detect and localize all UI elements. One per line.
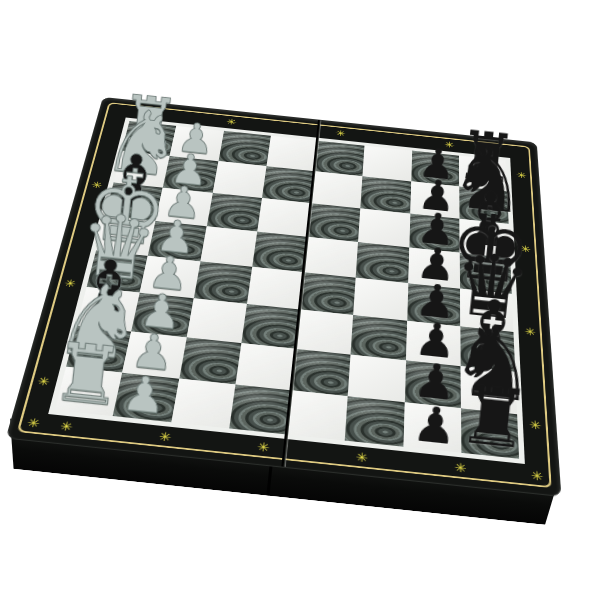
star-icon: ✳ [516,171,526,180]
piece-bP: ♟ [410,400,459,451]
square-r8c3 [171,379,235,429]
star-icon: ✳ [158,430,172,443]
square-r3c6 [358,208,410,247]
square-r2c5 [311,171,363,208]
square-r1c6 [363,146,412,182]
square-r2c4 [262,166,315,203]
square-r3c3 [206,193,261,232]
star-icon: ✳ [445,140,455,149]
square-r4c4 [252,232,308,273]
star-icon: ✳ [26,416,41,429]
square-r2c6 [361,176,411,213]
square-r3c5 [308,203,361,242]
star-icon: ✳ [59,420,74,433]
square-r2c3 [212,161,266,198]
scene-rotation-wrap: ♜♟♟♜♞♟♟♞♝♟♟♝♚♟♟♚♛♟♟♛♝♟♟♝♞♟♟♞♜♟♟♜ ✳✳✳✳✳✳✳… [0,0,600,600]
square-r1c3 [218,131,271,166]
square-r1c4 [266,136,317,171]
square-r3c4 [257,198,311,237]
square-r5c3 [193,261,252,304]
square-r1c5 [314,141,364,177]
square-r8c8: ♜ [461,408,519,459]
square-r7c3 [179,337,241,384]
square-r8c6 [345,396,404,446]
square-r6c4 [241,304,300,349]
perspective-scene: ♜♟♟♜♞♟♟♞♝♟♟♝♚♟♟♚♛♟♟♛♝♟♟♝♞♟♟♞♜♟♟♜ ✳✳✳✳✳✳✳… [0,0,600,600]
square-r7c5 [292,349,351,396]
square-r8c4 [229,385,292,435]
square-r4c6 [356,242,409,283]
square-r7c4 [235,343,296,390]
square-r6c3 [186,298,246,343]
star-icon: ✳ [36,375,51,387]
square-r6c5 [296,310,353,355]
square-r8c7: ♟ [403,402,461,452]
square-r4c5 [304,237,358,278]
square-r4c3 [200,226,257,267]
star-icon: ✳ [226,117,237,126]
square-r8c1: ♜ [55,367,123,416]
star-icon: ✳ [529,418,541,431]
square-r6c6 [351,315,407,360]
star-icon: ✳ [257,440,271,453]
star-icon: ✳ [91,180,104,190]
star-icon: ✳ [454,461,466,474]
piece-bR: ♜ [454,375,534,458]
piece-wR: ♜ [48,333,128,416]
star-icon: ✳ [531,469,544,482]
square-r5c6 [353,278,407,321]
star-icon: ✳ [335,129,345,138]
piece-wP: ♟ [120,370,169,421]
star-icon: ✳ [356,451,369,464]
square-r8c5 [287,390,348,440]
chess-set-photo: ♜♟♟♜♞♟♟♞♝♟♟♝♚♟♟♚♛♟♟♛♝♟♟♝♞♟♟♞♜♟♟♜ ✳✳✳✳✳✳✳… [0,0,600,600]
square-r7c6 [348,355,406,403]
chessboard-frame: ♜♟♟♜♞♟♟♞♝♟♟♝♚♟♟♚♛♟♟♛♝♟♟♝♞♟♟♞♜♟♟♜ ✳✳✳✳✳✳✳… [6,97,562,497]
square-r5c4 [247,267,304,310]
square-r5c5 [300,272,356,315]
